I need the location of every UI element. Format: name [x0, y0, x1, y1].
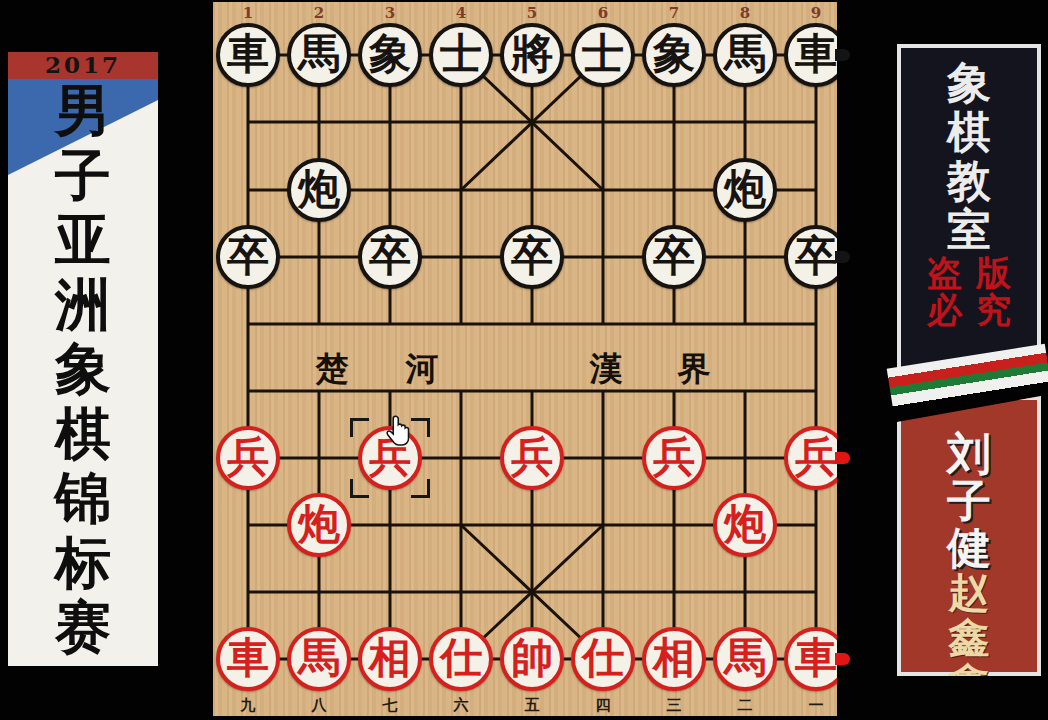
- channel-char: 棋: [947, 107, 991, 156]
- player-name-char: 鑫: [949, 616, 990, 661]
- title-char: 赛: [55, 596, 111, 656]
- piece-black-elephant[interactable]: 象: [642, 23, 706, 87]
- title-char: 锦: [55, 467, 111, 527]
- piece-red-soldier[interactable]: 兵: [216, 426, 280, 490]
- river-char: 河: [402, 347, 442, 392]
- piece-black-soldier[interactable]: 卒: [500, 225, 564, 289]
- channel-char: 象: [947, 58, 991, 107]
- bracket-bottom-right: [411, 479, 430, 498]
- file-label-top: 4: [448, 4, 474, 22]
- file-label-bottom: 三: [661, 696, 687, 715]
- channel-title-vertical: 象棋教室: [901, 58, 1037, 254]
- piece-red-elephant[interactable]: 相: [358, 627, 422, 691]
- channel-banner: 象棋教室 盗版必究: [897, 44, 1041, 376]
- hand-cursor-icon: [384, 415, 411, 452]
- player-name-char: 健: [947, 524, 991, 571]
- video-frame: 2017 男子亚洲象棋锦标赛 123456789 楚河漢界 車馬象士將士象馬車炮…: [0, 0, 1048, 720]
- river-char: 漢: [586, 347, 626, 392]
- player-name-char: 子: [947, 477, 991, 524]
- river-char: 界: [674, 347, 714, 392]
- bracket-bottom-left: [350, 479, 369, 498]
- file-label-bottom: 八: [306, 696, 332, 715]
- piracy-warning: 盗版必究: [901, 254, 1037, 328]
- edge-marker: [835, 49, 850, 61]
- piece-black-soldier[interactable]: 卒: [216, 225, 280, 289]
- piece-black-horse[interactable]: 馬: [713, 23, 777, 87]
- edge-marker: [835, 452, 850, 464]
- piece-black-cannon[interactable]: 炮: [287, 158, 351, 222]
- player-name-char: 赵: [949, 571, 990, 616]
- file-label-top: 7: [661, 4, 687, 22]
- channel-char: 室: [947, 205, 991, 254]
- title-char: 标: [55, 532, 111, 592]
- piece-black-cannon[interactable]: 炮: [713, 158, 777, 222]
- file-label-top: 9: [803, 4, 829, 22]
- title-char: 象: [55, 338, 111, 398]
- player-name-char: 鑫: [949, 661, 990, 706]
- file-label-top: 5: [519, 4, 545, 22]
- title-char: 子: [55, 145, 111, 205]
- player-name-char: 刘: [947, 430, 991, 477]
- piece-red-elephant[interactable]: 相: [642, 627, 706, 691]
- title-char: 亚: [55, 209, 111, 269]
- piece-red-advisor[interactable]: 仕: [571, 627, 635, 691]
- river-char: 楚: [312, 347, 352, 392]
- board-grid: [213, 2, 837, 716]
- bracket-top-left: [350, 418, 369, 437]
- piece-red-soldier[interactable]: 兵: [500, 426, 564, 490]
- warning-line: 必究: [901, 291, 1037, 328]
- edge-marker: [835, 653, 850, 665]
- piece-black-general[interactable]: 將: [500, 23, 564, 87]
- file-label-bottom: 七: [377, 696, 403, 715]
- tournament-title-vertical: 男子亚洲象棋锦标赛: [8, 80, 158, 656]
- piece-red-soldier[interactable]: 兵: [642, 426, 706, 490]
- file-label-bottom: 九: [235, 696, 261, 715]
- players-banner: 刘子健赵鑫鑫: [897, 396, 1041, 676]
- file-label-top: 2: [306, 4, 332, 22]
- piece-black-elephant[interactable]: 象: [358, 23, 422, 87]
- file-label-bottom: 五: [519, 696, 545, 715]
- file-label-top: 3: [377, 4, 403, 22]
- piece-red-cannon[interactable]: 炮: [287, 493, 351, 557]
- file-label-top: 8: [732, 4, 758, 22]
- year-label: 2017: [8, 52, 158, 79]
- piece-black-soldier[interactable]: 卒: [358, 225, 422, 289]
- xiangqi-board[interactable]: 123456789 楚河漢界 車馬象士將士象馬車炮炮卒卒卒卒卒兵兵兵兵兵炮炮車馬…: [213, 2, 837, 716]
- player-names-vertical: 刘子健赵鑫鑫: [901, 430, 1037, 706]
- piece-black-advisor[interactable]: 士: [429, 23, 493, 87]
- file-label-bottom: 六: [448, 696, 474, 715]
- warning-line: 盗版: [901, 254, 1037, 291]
- piece-black-soldier[interactable]: 卒: [642, 225, 706, 289]
- file-label-top: 1: [235, 4, 261, 22]
- left-banner-poster: 2017 男子亚洲象棋锦标赛: [8, 52, 158, 666]
- piece-black-chariot[interactable]: 車: [216, 23, 280, 87]
- title-char: 男: [55, 80, 111, 140]
- file-label-bottom: 二: [732, 696, 758, 715]
- piece-red-advisor[interactable]: 仕: [429, 627, 493, 691]
- piece-black-advisor[interactable]: 士: [571, 23, 635, 87]
- piece-black-horse[interactable]: 馬: [287, 23, 351, 87]
- piece-red-cannon[interactable]: 炮: [713, 493, 777, 557]
- piece-red-horse[interactable]: 馬: [287, 627, 351, 691]
- piece-red-chariot[interactable]: 車: [216, 627, 280, 691]
- edge-marker: [835, 251, 850, 263]
- file-label-bottom: 四: [590, 696, 616, 715]
- title-char: 棋: [55, 403, 111, 463]
- title-char: 洲: [55, 274, 111, 334]
- file-label-bottom: 一: [803, 696, 829, 715]
- right-banner-poster: 象棋教室 盗版必究 刘子健赵鑫鑫: [897, 44, 1041, 676]
- file-label-top: 6: [590, 4, 616, 22]
- bracket-top-right: [411, 418, 430, 437]
- channel-char: 教: [947, 156, 991, 205]
- piece-red-general[interactable]: 帥: [500, 627, 564, 691]
- piece-red-horse[interactable]: 馬: [713, 627, 777, 691]
